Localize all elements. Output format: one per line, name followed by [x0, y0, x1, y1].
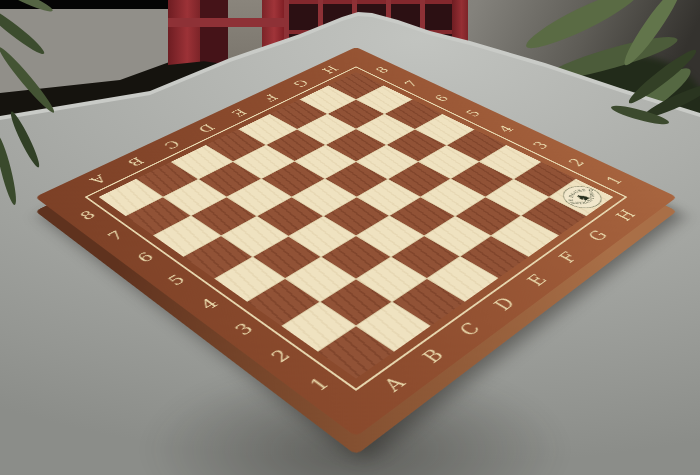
scene: ABCDEFGH ABCDEFGH 12345678 12345678 THE …	[0, 0, 700, 475]
board-perspective-wrap: ABCDEFGH ABCDEFGH 12345678 12345678 THE …	[6, 0, 700, 475]
chess-board: ABCDEFGH ABCDEFGH 12345678 12345678 THE …	[35, 47, 677, 437]
board-squares	[99, 72, 614, 378]
